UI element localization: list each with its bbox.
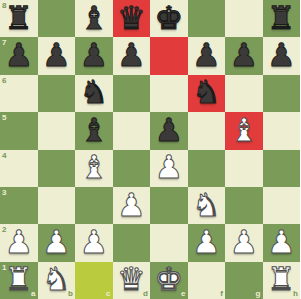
square-c2[interactable]: ♟ — [75, 224, 113, 261]
square-e7[interactable] — [150, 37, 188, 74]
piece-white-knight[interactable]: ♞ — [42, 263, 71, 295]
rank-label-6: 6 — [2, 77, 6, 85]
piece-white-pawn[interactable]: ♟ — [229, 226, 258, 258]
piece-black-pawn[interactable]: ♟ — [154, 114, 183, 146]
square-f7[interactable]: ♟ — [188, 37, 226, 74]
square-h7[interactable]: ♟ — [263, 37, 301, 74]
square-d2[interactable] — [113, 224, 151, 261]
square-h4[interactable] — [263, 150, 301, 187]
piece-black-pawn[interactable]: ♟ — [229, 39, 258, 71]
piece-white-pawn[interactable]: ♟ — [154, 151, 183, 183]
square-h5[interactable] — [263, 112, 301, 149]
square-g6[interactable] — [225, 75, 263, 112]
square-h3[interactable] — [263, 187, 301, 224]
piece-white-bishop[interactable]: ♝ — [229, 114, 258, 146]
piece-black-bishop[interactable]: ♝ — [79, 114, 108, 146]
square-a3[interactable]: 3 — [0, 187, 38, 224]
square-d6[interactable] — [113, 75, 151, 112]
file-label-f: f — [220, 290, 223, 298]
piece-black-pawn[interactable]: ♟ — [192, 39, 221, 71]
square-d7[interactable]: ♟ — [113, 37, 151, 74]
file-label-g: g — [256, 290, 261, 298]
piece-white-pawn[interactable]: ♟ — [117, 189, 146, 221]
piece-black-bishop[interactable]: ♝ — [79, 2, 108, 34]
square-b1[interactable]: b♞ — [38, 262, 76, 299]
square-b2[interactable]: ♟ — [38, 224, 76, 261]
square-c7[interactable]: ♟ — [75, 37, 113, 74]
square-f4[interactable] — [188, 150, 226, 187]
square-h2[interactable]: ♟ — [263, 224, 301, 261]
chess-board: 8♜♝♛♚♜7♟♟♟♟♟♟♟6♞♞5♝♟♝4♝♟3♟♞2♟♟♟♟♟♟1a♜b♞c… — [0, 0, 300, 299]
piece-black-pawn[interactable]: ♟ — [42, 39, 71, 71]
piece-black-king[interactable]: ♚ — [154, 2, 183, 34]
square-d4[interactable] — [113, 150, 151, 187]
square-b8[interactable] — [38, 0, 76, 37]
square-g8[interactable] — [225, 0, 263, 37]
piece-black-pawn[interactable]: ♟ — [117, 39, 146, 71]
square-b5[interactable] — [38, 112, 76, 149]
piece-white-bishop[interactable]: ♝ — [79, 151, 108, 183]
square-d1[interactable]: d♛ — [113, 262, 151, 299]
square-g7[interactable]: ♟ — [225, 37, 263, 74]
square-b3[interactable] — [38, 187, 76, 224]
square-a2[interactable]: 2♟ — [0, 224, 38, 261]
square-f1[interactable]: f — [188, 262, 226, 299]
piece-black-rook[interactable]: ♜ — [267, 2, 296, 34]
square-a1[interactable]: 1a♜ — [0, 262, 38, 299]
square-b6[interactable] — [38, 75, 76, 112]
square-a8[interactable]: 8♜ — [0, 0, 38, 37]
piece-white-queen[interactable]: ♛ — [117, 263, 146, 295]
square-f8[interactable] — [188, 0, 226, 37]
square-a4[interactable]: 4 — [0, 150, 38, 187]
square-d5[interactable] — [113, 112, 151, 149]
square-c1[interactable]: c — [75, 262, 113, 299]
square-f3[interactable]: ♞ — [188, 187, 226, 224]
piece-white-rook[interactable]: ♜ — [267, 263, 296, 295]
square-h1[interactable]: h♜ — [263, 262, 301, 299]
piece-black-rook[interactable]: ♜ — [4, 2, 33, 34]
piece-white-knight[interactable]: ♞ — [192, 189, 221, 221]
square-e3[interactable] — [150, 187, 188, 224]
square-g5[interactable]: ♝ — [225, 112, 263, 149]
square-e6[interactable] — [150, 75, 188, 112]
piece-black-knight[interactable]: ♞ — [192, 76, 221, 108]
piece-white-pawn[interactable]: ♟ — [192, 226, 221, 258]
square-c5[interactable]: ♝ — [75, 112, 113, 149]
square-f6[interactable]: ♞ — [188, 75, 226, 112]
square-g1[interactable]: g — [225, 262, 263, 299]
square-h6[interactable] — [263, 75, 301, 112]
square-e4[interactable]: ♟ — [150, 150, 188, 187]
square-g3[interactable] — [225, 187, 263, 224]
piece-white-rook[interactable]: ♜ — [4, 263, 33, 295]
square-c8[interactable]: ♝ — [75, 0, 113, 37]
square-h8[interactable]: ♜ — [263, 0, 301, 37]
square-b4[interactable] — [38, 150, 76, 187]
piece-black-knight[interactable]: ♞ — [79, 76, 108, 108]
piece-black-pawn[interactable]: ♟ — [267, 39, 296, 71]
square-d3[interactable]: ♟ — [113, 187, 151, 224]
rank-label-3: 3 — [2, 189, 6, 197]
square-c4[interactable]: ♝ — [75, 150, 113, 187]
piece-white-pawn[interactable]: ♟ — [42, 226, 71, 258]
square-b7[interactable]: ♟ — [38, 37, 76, 74]
square-d8[interactable]: ♛ — [113, 0, 151, 37]
rank-label-5: 5 — [2, 114, 6, 122]
piece-black-pawn[interactable]: ♟ — [79, 39, 108, 71]
square-a7[interactable]: 7♟ — [0, 37, 38, 74]
square-f2[interactable]: ♟ — [188, 224, 226, 261]
square-e2[interactable] — [150, 224, 188, 261]
piece-white-pawn[interactable]: ♟ — [4, 226, 33, 258]
piece-white-pawn[interactable]: ♟ — [267, 226, 296, 258]
square-a6[interactable]: 6 — [0, 75, 38, 112]
piece-black-queen[interactable]: ♛ — [117, 2, 146, 34]
square-e5[interactable]: ♟ — [150, 112, 188, 149]
square-f5[interactable] — [188, 112, 226, 149]
square-g2[interactable]: ♟ — [225, 224, 263, 261]
square-e8[interactable]: ♚ — [150, 0, 188, 37]
square-g4[interactable] — [225, 150, 263, 187]
rank-label-4: 4 — [2, 152, 6, 160]
piece-black-pawn[interactable]: ♟ — [4, 39, 33, 71]
square-e1[interactable]: e♚ — [150, 262, 188, 299]
square-c3[interactable] — [75, 187, 113, 224]
piece-white-king[interactable]: ♚ — [154, 263, 183, 295]
square-a5[interactable]: 5 — [0, 112, 38, 149]
piece-white-pawn[interactable]: ♟ — [79, 226, 108, 258]
square-c6[interactable]: ♞ — [75, 75, 113, 112]
file-label-c: c — [106, 290, 110, 298]
